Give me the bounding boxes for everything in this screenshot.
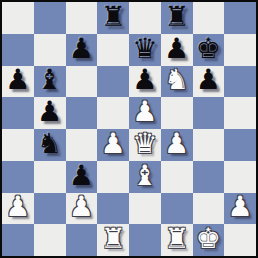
square-a4[interactable] <box>2 129 34 161</box>
square-h1[interactable] <box>224 224 256 256</box>
white-queen-e4[interactable]: ♛ <box>132 130 157 158</box>
square-d2[interactable] <box>97 193 129 225</box>
square-h7[interactable] <box>224 34 256 66</box>
square-e5[interactable]: ♟ <box>129 97 161 129</box>
square-b3[interactable] <box>34 161 66 193</box>
square-g7[interactable]: ♚ <box>193 34 225 66</box>
black-queen-e7[interactable]: ♛ <box>132 35 157 63</box>
square-e3[interactable]: ♝ <box>129 161 161 193</box>
white-bishop-e3[interactable]: ♝ <box>132 162 157 190</box>
square-f3[interactable] <box>161 161 193 193</box>
square-f7[interactable]: ♟ <box>161 34 193 66</box>
square-c4[interactable] <box>66 129 98 161</box>
square-c3[interactable]: ♟ <box>66 161 98 193</box>
square-e6[interactable]: ♟ <box>129 66 161 98</box>
white-king-g1[interactable]: ♚ <box>196 225 221 253</box>
chess-board: ♜♜♟♛♟♚♟♝♟♞♟♟♟♞♟♛♟♟♝♟♟♟♜♜♚ <box>0 0 258 258</box>
square-c6[interactable] <box>66 66 98 98</box>
square-h4[interactable] <box>224 129 256 161</box>
square-d4[interactable]: ♟ <box>97 129 129 161</box>
white-rook-d1[interactable]: ♜ <box>101 225 126 253</box>
square-c8[interactable] <box>66 2 98 34</box>
black-pawn-e6[interactable]: ♟ <box>132 66 157 94</box>
square-a3[interactable] <box>2 161 34 193</box>
square-b1[interactable] <box>34 224 66 256</box>
square-g5[interactable] <box>193 97 225 129</box>
white-pawn-d4[interactable]: ♟ <box>101 130 126 158</box>
square-h2[interactable]: ♟ <box>224 193 256 225</box>
square-h3[interactable] <box>224 161 256 193</box>
white-pawn-h2[interactable]: ♟ <box>228 193 253 221</box>
square-d8[interactable]: ♜ <box>97 2 129 34</box>
square-e7[interactable]: ♛ <box>129 34 161 66</box>
black-pawn-c3[interactable]: ♟ <box>69 162 94 190</box>
black-king-g7[interactable]: ♚ <box>196 35 221 63</box>
square-g1[interactable]: ♚ <box>193 224 225 256</box>
square-f4[interactable]: ♟ <box>161 129 193 161</box>
square-g6[interactable]: ♟ <box>193 66 225 98</box>
square-d5[interactable] <box>97 97 129 129</box>
square-c7[interactable]: ♟ <box>66 34 98 66</box>
square-b7[interactable] <box>34 34 66 66</box>
black-pawn-c7[interactable]: ♟ <box>69 35 94 63</box>
square-g4[interactable] <box>193 129 225 161</box>
square-a2[interactable]: ♟ <box>2 193 34 225</box>
white-pawn-e5[interactable]: ♟ <box>132 98 157 126</box>
square-g8[interactable] <box>193 2 225 34</box>
square-b4[interactable]: ♞ <box>34 129 66 161</box>
square-d3[interactable] <box>97 161 129 193</box>
white-pawn-a2[interactable]: ♟ <box>5 193 30 221</box>
black-rook-f8[interactable]: ♜ <box>164 3 189 31</box>
white-pawn-c2[interactable]: ♟ <box>69 193 94 221</box>
chess-diagram: ♜♜♟♛♟♚♟♝♟♞♟♟♟♞♟♛♟♟♝♟♟♟♜♜♚ <box>0 0 258 258</box>
square-h6[interactable] <box>224 66 256 98</box>
square-c5[interactable] <box>66 97 98 129</box>
square-c1[interactable] <box>66 224 98 256</box>
white-rook-f1[interactable]: ♜ <box>164 225 189 253</box>
square-f8[interactable]: ♜ <box>161 2 193 34</box>
square-a1[interactable] <box>2 224 34 256</box>
black-knight-b4[interactable]: ♞ <box>37 130 62 158</box>
square-a7[interactable] <box>2 34 34 66</box>
square-h8[interactable] <box>224 2 256 34</box>
square-d7[interactable] <box>97 34 129 66</box>
square-d6[interactable] <box>97 66 129 98</box>
black-pawn-a6[interactable]: ♟ <box>5 66 30 94</box>
square-e4[interactable]: ♛ <box>129 129 161 161</box>
square-a6[interactable]: ♟ <box>2 66 34 98</box>
black-pawn-g6[interactable]: ♟ <box>196 66 221 94</box>
square-a8[interactable] <box>2 2 34 34</box>
square-f1[interactable]: ♜ <box>161 224 193 256</box>
square-b6[interactable]: ♝ <box>34 66 66 98</box>
square-f5[interactable] <box>161 97 193 129</box>
square-f2[interactable] <box>161 193 193 225</box>
square-g3[interactable] <box>193 161 225 193</box>
square-f6[interactable]: ♞ <box>161 66 193 98</box>
black-bishop-b6[interactable]: ♝ <box>37 66 62 94</box>
white-knight-f6[interactable]: ♞ <box>164 66 189 94</box>
square-b5[interactable]: ♟ <box>34 97 66 129</box>
black-pawn-f7[interactable]: ♟ <box>164 35 189 63</box>
square-c2[interactable]: ♟ <box>66 193 98 225</box>
square-d1[interactable]: ♜ <box>97 224 129 256</box>
black-pawn-b5[interactable]: ♟ <box>37 98 62 126</box>
black-rook-d8[interactable]: ♜ <box>101 3 126 31</box>
square-b2[interactable] <box>34 193 66 225</box>
square-e8[interactable] <box>129 2 161 34</box>
square-e1[interactable] <box>129 224 161 256</box>
square-e2[interactable] <box>129 193 161 225</box>
square-a5[interactable] <box>2 97 34 129</box>
square-h5[interactable] <box>224 97 256 129</box>
white-pawn-f4[interactable]: ♟ <box>164 130 189 158</box>
square-b8[interactable] <box>34 2 66 34</box>
square-g2[interactable] <box>193 193 225 225</box>
